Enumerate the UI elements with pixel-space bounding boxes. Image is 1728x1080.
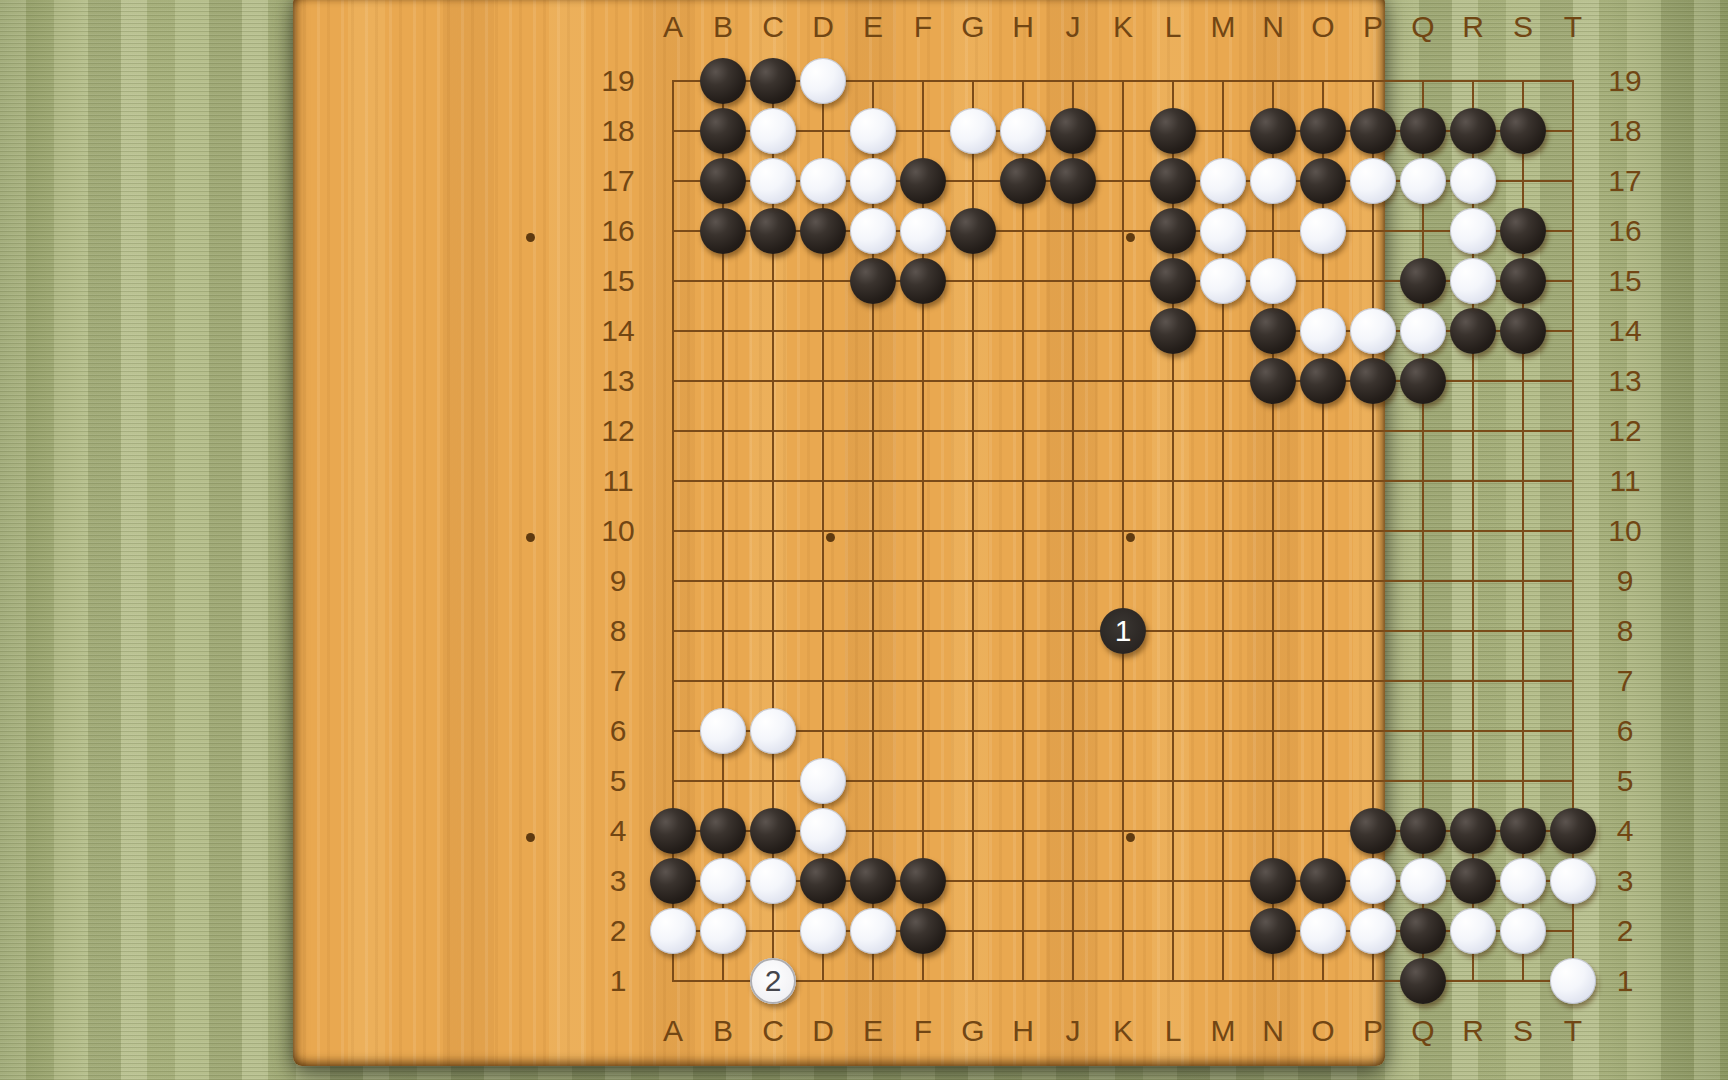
coord-number-6: 6 (593, 706, 643, 756)
white-stone-E18[interactable] (850, 108, 896, 154)
black-stone-B16[interactable] (700, 208, 746, 254)
white-stone-B6[interactable] (700, 708, 746, 754)
white-stone-G18[interactable] (950, 108, 996, 154)
black-stone-P18[interactable] (1350, 108, 1396, 154)
coord-number-12: 12 (1600, 406, 1650, 456)
black-stone-O13[interactable] (1300, 358, 1346, 404)
white-stone-H18[interactable] (1000, 108, 1046, 154)
black-stone-L16[interactable] (1150, 208, 1196, 254)
coord-letter-D: D (798, 1014, 848, 1048)
coord-letter-N: N (1248, 10, 1298, 44)
black-stone-B4[interactable] (700, 808, 746, 854)
coord-number-14: 14 (1600, 306, 1650, 356)
white-stone-P2[interactable] (1350, 908, 1396, 954)
coord-letter-O: O (1298, 1014, 1348, 1048)
coord-number-7: 7 (1600, 656, 1650, 706)
column-labels-top: ABCDEFGHJKLMNOPQRST (648, 10, 1598, 44)
coord-letter-P: P (1348, 1014, 1398, 1048)
coord-number-9: 9 (1600, 556, 1650, 606)
white-stone-E17[interactable] (850, 158, 896, 204)
coord-number-3: 3 (1600, 856, 1650, 906)
black-stone-Q4[interactable] (1400, 808, 1446, 854)
white-stone-T3[interactable] (1550, 858, 1596, 904)
black-stone-Q18[interactable] (1400, 108, 1446, 154)
coord-letter-T: T (1548, 10, 1598, 44)
coord-letter-Q: Q (1398, 10, 1448, 44)
white-stone-O2[interactable] (1300, 908, 1346, 954)
black-stone-P4[interactable] (1350, 808, 1396, 854)
black-stone-T4[interactable] (1550, 808, 1596, 854)
black-stone-E3[interactable] (850, 858, 896, 904)
white-stone-N15[interactable] (1250, 258, 1296, 304)
white-stone-Q14[interactable] (1400, 308, 1446, 354)
coord-letter-N: N (1248, 1014, 1298, 1048)
white-stone-P17[interactable] (1350, 158, 1396, 204)
coord-number-7: 7 (593, 656, 643, 706)
coord-letter-A: A (648, 10, 698, 44)
white-stone-R2[interactable] (1450, 908, 1496, 954)
coord-number-11: 11 (1600, 456, 1650, 506)
black-stone-R14[interactable] (1450, 308, 1496, 354)
coord-number-14: 14 (593, 306, 643, 356)
black-stone-H17[interactable] (1000, 158, 1046, 204)
black-stone-J18[interactable] (1050, 108, 1096, 154)
white-stone-M17[interactable] (1200, 158, 1246, 204)
black-stone-L15[interactable] (1150, 258, 1196, 304)
coord-letter-T: T (1548, 1014, 1598, 1048)
coord-letter-O: O (1298, 10, 1348, 44)
coord-number-19: 19 (1600, 56, 1650, 106)
move-number-2: 2 (750, 958, 796, 1004)
white-stone-S3[interactable] (1500, 858, 1546, 904)
black-stone-P13[interactable] (1350, 358, 1396, 404)
move-number-1: 1 (1100, 608, 1146, 654)
black-stone-L14[interactable] (1150, 308, 1196, 354)
coord-number-2: 2 (593, 906, 643, 956)
black-stone-R18[interactable] (1450, 108, 1496, 154)
black-stone-B19[interactable] (700, 58, 746, 104)
coord-number-9: 9 (593, 556, 643, 606)
tatami-background: ABCDEFGHJKLMNOPQRST ABCDEFGHJKLMNOPQRST … (0, 0, 1728, 1080)
black-stone-O3[interactable] (1300, 858, 1346, 904)
white-stone-M15[interactable] (1200, 258, 1246, 304)
coord-letter-A: A (648, 1014, 698, 1048)
black-stone-C16[interactable] (750, 208, 796, 254)
black-stone-N2[interactable] (1250, 908, 1296, 954)
coord-number-16: 16 (593, 206, 643, 256)
white-stone-C3[interactable] (750, 858, 796, 904)
black-stone-Q15[interactable] (1400, 258, 1446, 304)
black-stone-L18[interactable] (1150, 108, 1196, 154)
coord-number-17: 17 (1600, 156, 1650, 206)
white-stone-C1[interactable]: 2 (750, 958, 796, 1004)
black-stone-B18[interactable] (700, 108, 746, 154)
black-stone-S15[interactable] (1500, 258, 1546, 304)
black-stone-F15[interactable] (900, 258, 946, 304)
coord-number-17: 17 (593, 156, 643, 206)
coord-letter-H: H (998, 1014, 1048, 1048)
black-stone-C4[interactable] (750, 808, 796, 854)
black-stone-G16[interactable] (950, 208, 996, 254)
column-labels-bottom: ABCDEFGHJKLMNOPQRST (648, 1014, 1598, 1048)
white-stone-D2[interactable] (800, 908, 846, 954)
coord-letter-S: S (1498, 10, 1548, 44)
coord-letter-M: M (1198, 10, 1248, 44)
coord-letter-H: H (998, 10, 1048, 44)
coord-number-15: 15 (1600, 256, 1650, 306)
black-stone-A3[interactable] (650, 858, 696, 904)
black-stone-S16[interactable] (1500, 208, 1546, 254)
black-stone-N3[interactable] (1250, 858, 1296, 904)
coord-letter-S: S (1498, 1014, 1548, 1048)
black-stone-S18[interactable] (1500, 108, 1546, 154)
go-board: ABCDEFGHJKLMNOPQRST ABCDEFGHJKLMNOPQRST … (293, 0, 1385, 1066)
coord-letter-R: R (1448, 10, 1498, 44)
coord-number-18: 18 (1600, 106, 1650, 156)
white-stone-A2[interactable] (650, 908, 696, 954)
white-stone-D5[interactable] (800, 758, 846, 804)
black-stone-F2[interactable] (900, 908, 946, 954)
black-stone-F17[interactable] (900, 158, 946, 204)
coord-number-4: 4 (593, 806, 643, 856)
coord-number-11: 11 (593, 456, 643, 506)
coord-number-3: 3 (593, 856, 643, 906)
coord-letter-Q: Q (1398, 1014, 1448, 1048)
black-stone-N14[interactable] (1250, 308, 1296, 354)
coord-letter-B: B (698, 1014, 748, 1048)
coord-letter-E: E (848, 1014, 898, 1048)
coord-letter-F: F (898, 10, 948, 44)
coord-letter-J: J (1048, 1014, 1098, 1048)
white-stone-O16[interactable] (1300, 208, 1346, 254)
black-stone-K8[interactable]: 1 (1100, 608, 1146, 654)
white-stone-E2[interactable] (850, 908, 896, 954)
black-stone-S4[interactable] (1500, 808, 1546, 854)
coord-letter-L: L (1148, 10, 1198, 44)
white-stone-R15[interactable] (1450, 258, 1496, 304)
white-stone-C18[interactable] (750, 108, 796, 154)
black-stone-R3[interactable] (1450, 858, 1496, 904)
coord-number-13: 13 (593, 356, 643, 406)
coord-letter-K: K (1098, 1014, 1148, 1048)
star-point-D16 (526, 233, 535, 242)
coord-number-16: 16 (1600, 206, 1650, 256)
black-stone-E15[interactable] (850, 258, 896, 304)
coord-number-5: 5 (593, 756, 643, 806)
black-stone-N13[interactable] (1250, 358, 1296, 404)
white-stone-B2[interactable] (700, 908, 746, 954)
coord-number-1: 1 (1600, 956, 1650, 1006)
white-stone-B3[interactable] (700, 858, 746, 904)
coord-number-19: 19 (593, 56, 643, 106)
black-stone-O17[interactable] (1300, 158, 1346, 204)
coord-number-10: 10 (1600, 506, 1650, 556)
coord-letter-M: M (1198, 1014, 1248, 1048)
coord-letter-C: C (748, 1014, 798, 1048)
coord-number-13: 13 (1600, 356, 1650, 406)
coord-number-6: 6 (1600, 706, 1650, 756)
stones-layer[interactable]: 12 (648, 56, 1598, 1006)
coord-number-1: 1 (593, 956, 643, 1006)
white-stone-C17[interactable] (750, 158, 796, 204)
white-stone-F16[interactable] (900, 208, 946, 254)
coord-number-8: 8 (593, 606, 643, 656)
black-stone-J17[interactable] (1050, 158, 1096, 204)
white-stone-D19[interactable] (800, 58, 846, 104)
black-stone-N18[interactable] (1250, 108, 1296, 154)
black-stone-L17[interactable] (1150, 158, 1196, 204)
white-stone-N17[interactable] (1250, 158, 1296, 204)
white-stone-P3[interactable] (1350, 858, 1396, 904)
coord-letter-P: P (1348, 10, 1398, 44)
star-point-D10 (526, 533, 535, 542)
coord-letter-F: F (898, 1014, 948, 1048)
coord-number-2: 2 (1600, 906, 1650, 956)
star-point-D4 (526, 833, 535, 842)
white-stone-M16[interactable] (1200, 208, 1246, 254)
white-stone-S2[interactable] (1500, 908, 1546, 954)
white-stone-E16[interactable] (850, 208, 896, 254)
black-stone-B17[interactable] (700, 158, 746, 204)
coord-number-18: 18 (593, 106, 643, 156)
black-stone-Q1[interactable] (1400, 958, 1446, 1004)
black-stone-Q13[interactable] (1400, 358, 1446, 404)
coord-letter-J: J (1048, 10, 1098, 44)
coord-number-15: 15 (593, 256, 643, 306)
coord-number-8: 8 (1600, 606, 1650, 656)
black-stone-D3[interactable] (800, 858, 846, 904)
coord-letter-G: G (948, 10, 998, 44)
white-stone-T1[interactable] (1550, 958, 1596, 1004)
black-stone-A4[interactable] (650, 808, 696, 854)
white-stone-Q17[interactable] (1400, 158, 1446, 204)
row-labels-right: 19181716151413121110987654321 (1600, 56, 1650, 1006)
white-stone-C6[interactable] (750, 708, 796, 754)
white-stone-R17[interactable] (1450, 158, 1496, 204)
black-stone-O18[interactable] (1300, 108, 1346, 154)
coord-number-10: 10 (593, 506, 643, 556)
black-stone-R4[interactable] (1450, 808, 1496, 854)
white-stone-R16[interactable] (1450, 208, 1496, 254)
coord-number-5: 5 (1600, 756, 1650, 806)
white-stone-Q3[interactable] (1400, 858, 1446, 904)
coord-number-12: 12 (593, 406, 643, 456)
coord-letter-E: E (848, 10, 898, 44)
white-stone-P14[interactable] (1350, 308, 1396, 354)
black-stone-Q2[interactable] (1400, 908, 1446, 954)
coord-letter-C: C (748, 10, 798, 44)
coord-letter-R: R (1448, 1014, 1498, 1048)
coord-letter-D: D (798, 10, 848, 44)
white-stone-D17[interactable] (800, 158, 846, 204)
black-stone-F3[interactable] (900, 858, 946, 904)
black-stone-D16[interactable] (800, 208, 846, 254)
coord-letter-K: K (1098, 10, 1148, 44)
coord-letter-L: L (1148, 1014, 1198, 1048)
coord-number-4: 4 (1600, 806, 1650, 856)
white-stone-O14[interactable] (1300, 308, 1346, 354)
white-stone-D4[interactable] (800, 808, 846, 854)
black-stone-S14[interactable] (1500, 308, 1546, 354)
coord-letter-G: G (948, 1014, 998, 1048)
black-stone-C19[interactable] (750, 58, 796, 104)
coord-letter-B: B (698, 10, 748, 44)
row-labels-left: 19181716151413121110987654321 (593, 56, 643, 1006)
